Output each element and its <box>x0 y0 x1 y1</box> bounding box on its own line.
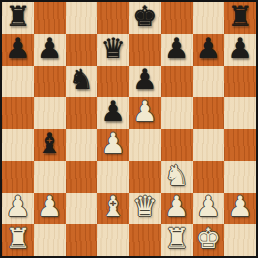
square-g2[interactable]: ♟ <box>193 193 225 225</box>
square-b2[interactable]: ♟ <box>34 193 66 225</box>
white-pawn-d4: ♟ <box>101 130 126 158</box>
square-d5[interactable]: ♟ <box>97 97 129 129</box>
square-c5[interactable] <box>66 97 98 129</box>
square-b6[interactable] <box>34 66 66 98</box>
square-b4[interactable]: ♝ <box>34 129 66 161</box>
square-d2[interactable]: ♝ <box>97 193 129 225</box>
white-bishop-d2: ♝ <box>101 193 126 221</box>
square-f8[interactable] <box>161 2 193 34</box>
white-king-g1: ♚ <box>196 225 221 253</box>
square-f3[interactable]: ♞ <box>161 161 193 193</box>
white-rook-a1: ♜ <box>5 225 30 253</box>
white-pawn-g2: ♟ <box>196 193 221 221</box>
square-g1[interactable]: ♚ <box>193 224 225 256</box>
square-h1[interactable] <box>224 224 256 256</box>
black-rook-a8: ♜ <box>5 3 30 31</box>
square-e1[interactable] <box>129 224 161 256</box>
square-a3[interactable] <box>2 161 34 193</box>
square-f4[interactable] <box>161 129 193 161</box>
square-d1[interactable] <box>97 224 129 256</box>
square-a7[interactable]: ♟ <box>2 34 34 66</box>
square-b7[interactable]: ♟ <box>34 34 66 66</box>
white-queen-e2: ♛ <box>132 193 157 221</box>
square-d3[interactable] <box>97 161 129 193</box>
square-h5[interactable] <box>224 97 256 129</box>
white-pawn-a2: ♟ <box>5 193 30 221</box>
square-e2[interactable]: ♛ <box>129 193 161 225</box>
white-pawn-h2: ♟ <box>228 193 253 221</box>
square-e7[interactable] <box>129 34 161 66</box>
square-g7[interactable]: ♟ <box>193 34 225 66</box>
square-h3[interactable] <box>224 161 256 193</box>
square-d6[interactable] <box>97 66 129 98</box>
square-a6[interactable] <box>2 66 34 98</box>
black-rook-h8: ♜ <box>228 3 253 31</box>
square-d8[interactable] <box>97 2 129 34</box>
square-e6[interactable]: ♟ <box>129 66 161 98</box>
square-a5[interactable] <box>2 97 34 129</box>
square-h4[interactable] <box>224 129 256 161</box>
white-knight-f3: ♞ <box>164 162 189 190</box>
square-b5[interactable] <box>34 97 66 129</box>
square-e8[interactable]: ♚ <box>129 2 161 34</box>
square-b3[interactable] <box>34 161 66 193</box>
white-pawn-b2: ♟ <box>37 193 62 221</box>
black-pawn-h7: ♟ <box>228 35 253 63</box>
square-a4[interactable] <box>2 129 34 161</box>
black-knight-c6: ♞ <box>69 66 94 94</box>
square-c6[interactable]: ♞ <box>66 66 98 98</box>
white-pawn-e5: ♟ <box>132 98 157 126</box>
square-f7[interactable]: ♟ <box>161 34 193 66</box>
square-d4[interactable]: ♟ <box>97 129 129 161</box>
square-g6[interactable] <box>193 66 225 98</box>
square-g8[interactable] <box>193 2 225 34</box>
square-h7[interactable]: ♟ <box>224 34 256 66</box>
black-pawn-f7: ♟ <box>164 35 189 63</box>
black-pawn-e6: ♟ <box>132 66 157 94</box>
square-c2[interactable] <box>66 193 98 225</box>
square-a1[interactable]: ♜ <box>2 224 34 256</box>
square-h8[interactable]: ♜ <box>224 2 256 34</box>
black-pawn-a7: ♟ <box>5 35 30 63</box>
white-pawn-f2: ♟ <box>164 193 189 221</box>
square-f2[interactable]: ♟ <box>161 193 193 225</box>
square-g4[interactable] <box>193 129 225 161</box>
square-h6[interactable] <box>224 66 256 98</box>
square-b1[interactable] <box>34 224 66 256</box>
square-e4[interactable] <box>129 129 161 161</box>
square-d7[interactable]: ♛ <box>97 34 129 66</box>
square-g3[interactable] <box>193 161 225 193</box>
black-king-e8: ♚ <box>132 3 157 31</box>
black-pawn-g7: ♟ <box>196 35 221 63</box>
square-e3[interactable] <box>129 161 161 193</box>
square-a2[interactable]: ♟ <box>2 193 34 225</box>
square-c3[interactable] <box>66 161 98 193</box>
black-queen-d7: ♛ <box>101 35 126 63</box>
square-b8[interactable] <box>34 2 66 34</box>
square-a8[interactable]: ♜ <box>2 2 34 34</box>
square-f6[interactable] <box>161 66 193 98</box>
square-f1[interactable]: ♜ <box>161 224 193 256</box>
black-bishop-b4: ♝ <box>37 130 62 158</box>
chess-board: ♜♚♜♟♟♛♟♟♟♞♟♟♟♝♟♞♟♟♝♛♟♟♟♜♜♚ <box>0 0 258 258</box>
square-f5[interactable] <box>161 97 193 129</box>
white-rook-f1: ♜ <box>164 225 189 253</box>
square-h2[interactable]: ♟ <box>224 193 256 225</box>
square-c8[interactable] <box>66 2 98 34</box>
square-c4[interactable] <box>66 129 98 161</box>
square-c1[interactable] <box>66 224 98 256</box>
square-c7[interactable] <box>66 34 98 66</box>
black-pawn-b7: ♟ <box>37 35 62 63</box>
black-pawn-d5: ♟ <box>101 98 126 126</box>
square-g5[interactable] <box>193 97 225 129</box>
square-e5[interactable]: ♟ <box>129 97 161 129</box>
